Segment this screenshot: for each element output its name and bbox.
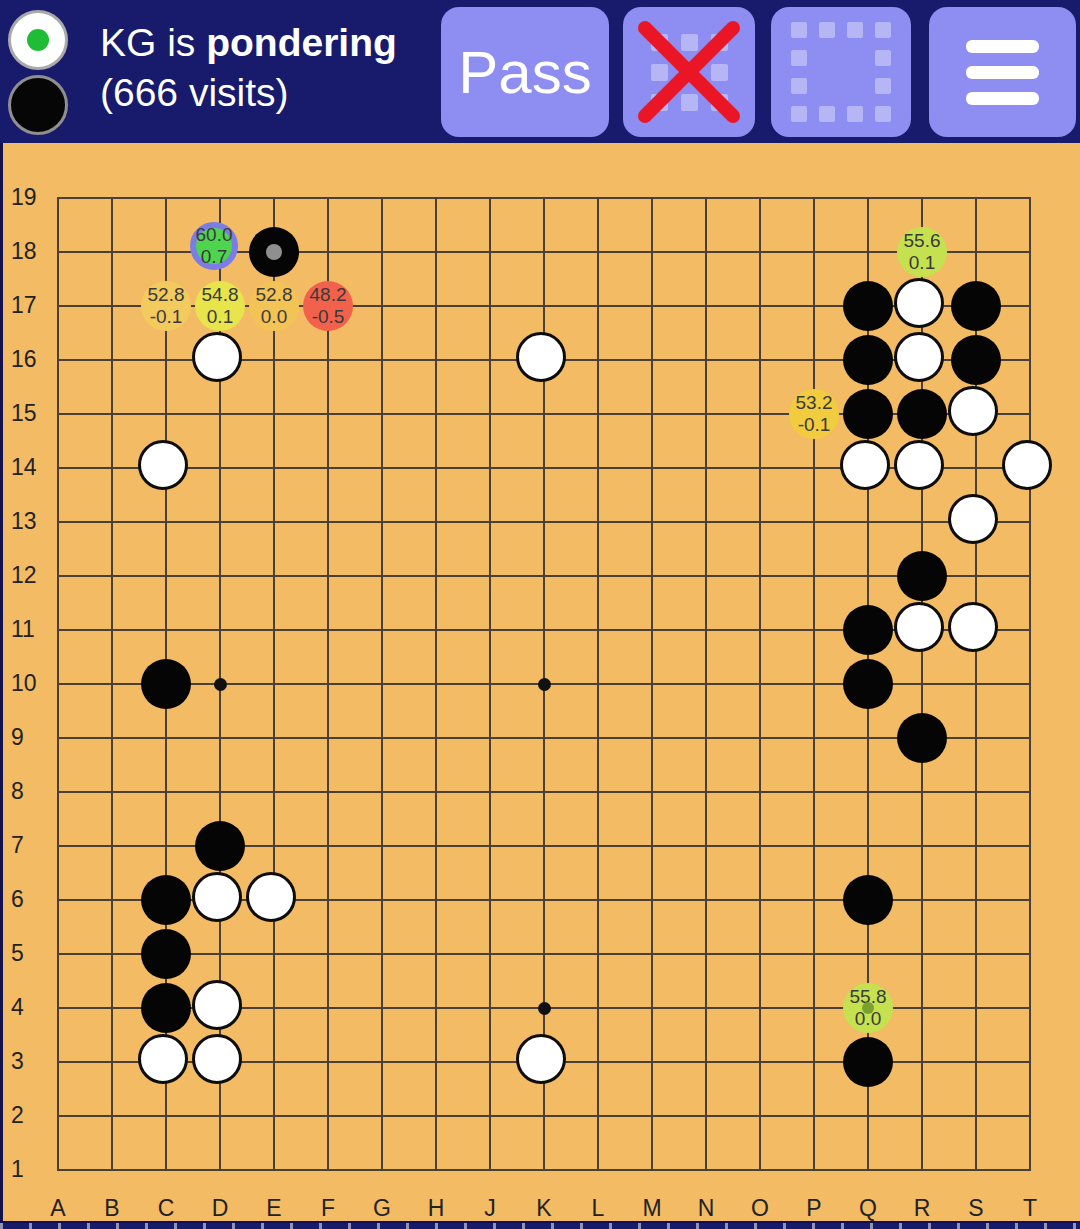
stone-white: [840, 440, 890, 490]
pass-button[interactable]: Pass: [441, 7, 609, 137]
player-indicator: [5, 4, 71, 140]
coord-label-col: E: [247, 1195, 301, 1222]
stone-black: [195, 821, 245, 871]
stone-black: [843, 281, 893, 331]
candidate-move-label[interactable]: 48.2-0.5: [303, 281, 353, 331]
coord-label-row: 6: [3, 886, 47, 913]
stone-white: [516, 332, 566, 382]
coord-label-row: 2: [3, 1102, 47, 1129]
coord-label-row: 13: [3, 508, 47, 535]
coord-label-col: T: [1003, 1195, 1057, 1222]
stone-white: [894, 332, 944, 382]
candidate-move-label[interactable]: 52.8-0.1: [141, 281, 191, 331]
stone-white: [894, 278, 944, 328]
coord-label-col: J: [463, 1195, 517, 1222]
stone-black: [951, 335, 1001, 385]
coord-label-row: 15: [3, 400, 47, 427]
star-point: [214, 678, 227, 691]
white-player-button[interactable]: [8, 10, 68, 70]
coord-label-col: D: [193, 1195, 247, 1222]
stone-black: [843, 659, 893, 709]
stone-black: [897, 551, 947, 601]
coord-label-row: 4: [3, 994, 47, 1021]
stone-black: [843, 1037, 893, 1087]
stone-black: [141, 875, 191, 925]
stone-black: [141, 929, 191, 979]
stone-white: [894, 440, 944, 490]
coord-label-row: 7: [3, 832, 47, 859]
stone-white: [1002, 440, 1052, 490]
coord-label-row: 16: [3, 346, 47, 373]
last-move-marker: [266, 244, 282, 260]
stone-black: [141, 983, 191, 1033]
stone-black: [951, 281, 1001, 331]
coord-label-col: R: [895, 1195, 949, 1222]
stone-black: [843, 605, 893, 655]
coord-label-col: O: [733, 1195, 787, 1222]
coord-label-col: L: [571, 1195, 625, 1222]
coord-label-col: N: [679, 1195, 733, 1222]
star-point: [538, 678, 551, 691]
candidate-move-label[interactable]: 60.00.7: [190, 222, 238, 270]
stone-black: [843, 335, 893, 385]
coord-label-row: 18: [3, 238, 47, 265]
coord-label-row: 19: [3, 184, 47, 211]
stone-black: [141, 659, 191, 709]
stone-white: [246, 872, 296, 922]
analysis-toggle-button[interactable]: [623, 7, 755, 137]
coord-label-col: K: [517, 1195, 571, 1222]
coord-label-col: B: [85, 1195, 139, 1222]
coord-label-row: 1: [3, 1156, 47, 1183]
stone-white: [192, 980, 242, 1030]
coord-label-col: G: [355, 1195, 409, 1222]
engine-status: KG is pondering (666 visits): [100, 18, 397, 118]
stone-black: [897, 713, 947, 763]
stone-black: [249, 227, 299, 277]
candidate-move-label[interactable]: 53.2-0.1: [789, 389, 839, 439]
stone-white: [138, 440, 188, 490]
territory-button[interactable]: [771, 7, 911, 137]
star-point: [862, 1002, 874, 1014]
star-point: [538, 1002, 551, 1015]
coord-label-row: 9: [3, 724, 47, 751]
status-text-bold: pondering: [206, 21, 397, 64]
visits-count: (666 visits): [100, 68, 397, 118]
coord-label-row: 10: [3, 670, 47, 697]
coord-label-col: S: [949, 1195, 1003, 1222]
move-slider[interactable]: [0, 1221, 1080, 1229]
candidate-move-label[interactable]: 54.80.1: [195, 281, 245, 331]
status-text: KG is: [100, 21, 206, 64]
stone-white: [516, 1034, 566, 1084]
coord-label-row: 12: [3, 562, 47, 589]
active-turn-icon: [27, 29, 49, 51]
stone-white: [948, 386, 998, 436]
candidate-move-label[interactable]: 52.80.0: [249, 281, 299, 331]
go-board[interactable]: ABCDEFGHJKLMNOPQRST191817161514131211109…: [0, 143, 1080, 1221]
stone-white: [138, 1034, 188, 1084]
coord-label-row: 14: [3, 454, 47, 481]
coord-label-col: P: [787, 1195, 841, 1222]
coord-label-row: 8: [3, 778, 47, 805]
top-bar: KG is pondering (666 visits) Pass: [0, 0, 1080, 143]
stone-white: [894, 602, 944, 652]
stone-white: [192, 332, 242, 382]
candidate-move-label[interactable]: 55.60.1: [897, 227, 947, 277]
coord-label-col: H: [409, 1195, 463, 1222]
stone-white: [192, 872, 242, 922]
coord-label-row: 5: [3, 940, 47, 967]
dotted-square-icon: [791, 22, 891, 122]
stone-white: [948, 494, 998, 544]
hamburger-icon: [966, 40, 1039, 53]
coord-label-col: F: [301, 1195, 355, 1222]
coord-label-row: 3: [3, 1048, 47, 1075]
red-x-icon: [631, 14, 747, 130]
stone-black: [843, 389, 893, 439]
black-player-button[interactable]: [8, 75, 68, 135]
stone-white: [948, 602, 998, 652]
coord-label-col: C: [139, 1195, 193, 1222]
stone-white: [192, 1034, 242, 1084]
stone-black: [843, 875, 893, 925]
coord-label-col: Q: [841, 1195, 895, 1222]
menu-button[interactable]: [929, 7, 1076, 137]
pass-button-label: Pass: [458, 38, 591, 107]
coord-label-row: 17: [3, 292, 47, 319]
coord-label-col: A: [31, 1195, 85, 1222]
candidate-move-label[interactable]: 55.80.0: [843, 983, 893, 1033]
coord-label-row: 11: [3, 616, 47, 643]
coord-label-col: M: [625, 1195, 679, 1222]
stone-black: [897, 389, 947, 439]
